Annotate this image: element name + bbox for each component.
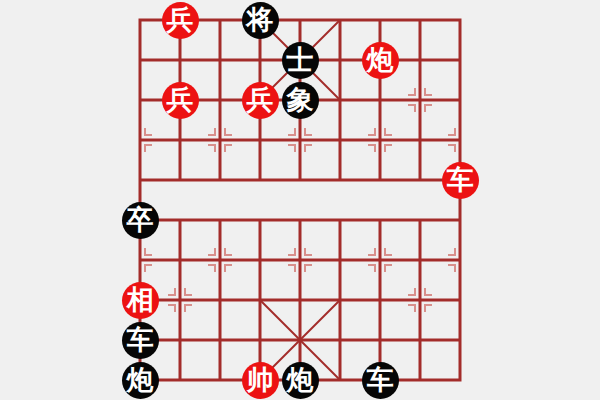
piece-black-chariot[interactable]: 车 <box>122 322 159 359</box>
piece-black-soldier[interactable]: 卒 <box>122 202 159 239</box>
piece-red-chariot[interactable]: 车 <box>442 162 479 199</box>
piece-red-soldier[interactable]: 兵 <box>162 82 199 119</box>
piece-red-general[interactable]: 帅 <box>242 362 279 399</box>
pieces-grid: 兵将士炮兵兵象车卒相车炮帅炮车 <box>120 0 480 400</box>
piece-black-cannon[interactable]: 炮 <box>122 362 159 399</box>
piece-black-elephant[interactable]: 象 <box>282 82 319 119</box>
piece-black-chariot[interactable]: 车 <box>362 362 399 399</box>
piece-black-advisor[interactable]: 士 <box>282 42 319 79</box>
xiangqi-board: 兵将士炮兵兵象车卒相车炮帅炮车 <box>0 0 600 400</box>
piece-black-general[interactable]: 将 <box>242 2 279 39</box>
piece-red-soldier[interactable]: 兵 <box>162 2 199 39</box>
piece-red-elephant[interactable]: 相 <box>122 282 159 319</box>
piece-red-cannon[interactable]: 炮 <box>362 42 399 79</box>
piece-black-cannon[interactable]: 炮 <box>282 362 319 399</box>
piece-red-soldier[interactable]: 兵 <box>242 82 279 119</box>
